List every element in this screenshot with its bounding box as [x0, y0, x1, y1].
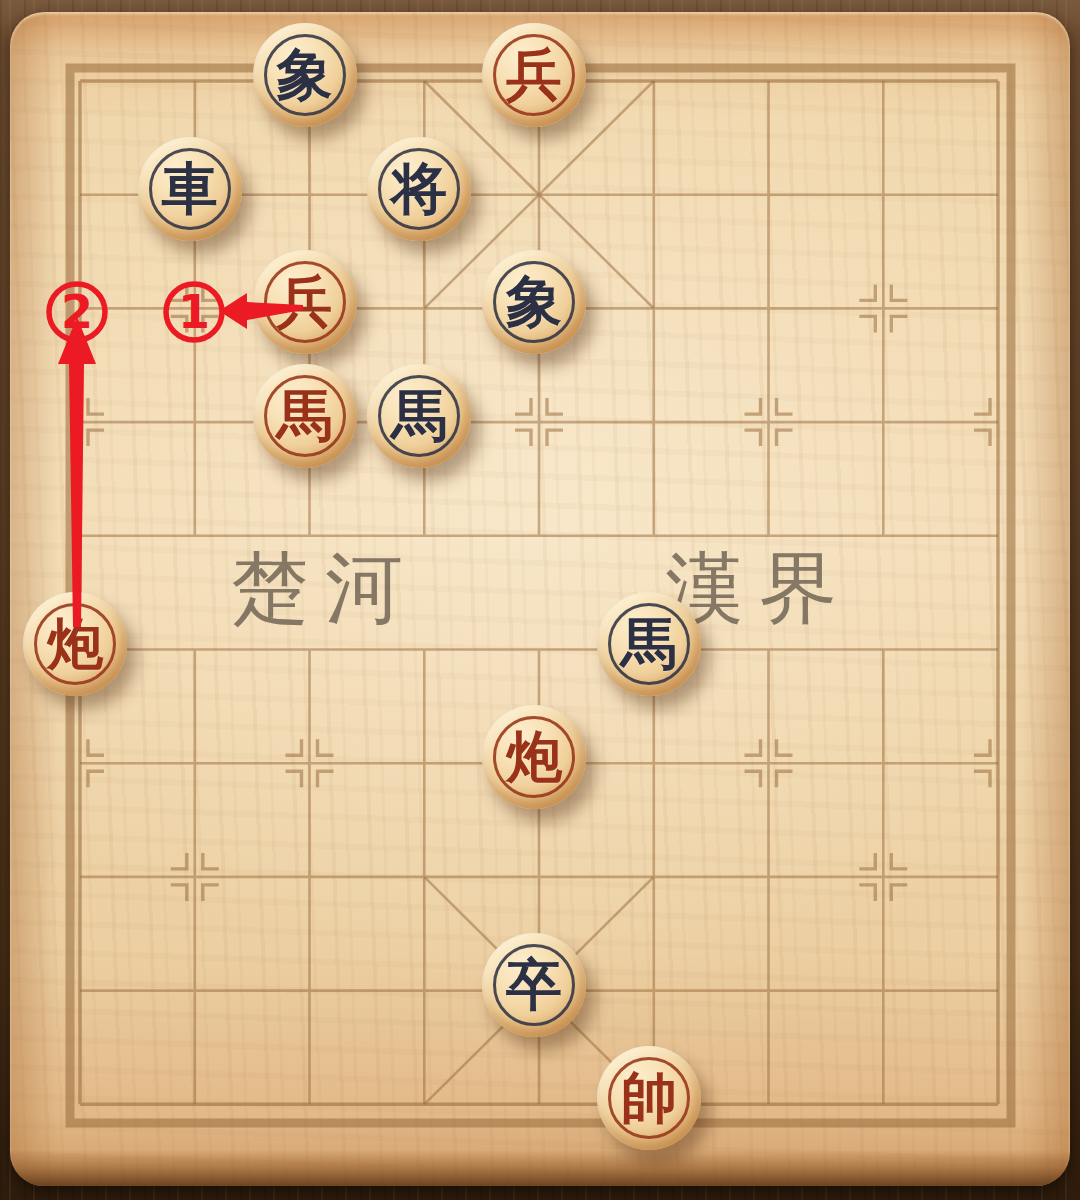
- piece-glyph: 卒: [506, 957, 562, 1013]
- piece-black-general[interactable]: 将: [367, 137, 471, 241]
- piece-red-horse[interactable]: 馬: [253, 364, 357, 468]
- piece-black-horse[interactable]: 馬: [367, 364, 471, 468]
- piece-glyph: 帥: [621, 1070, 677, 1126]
- piece-glyph: 車: [162, 161, 218, 217]
- piece-glyph: 兵: [506, 47, 562, 103]
- piece-glyph: 兵: [277, 274, 333, 330]
- piece-red-cannon[interactable]: 炮: [482, 705, 586, 809]
- piece-red-soldier[interactable]: 兵: [482, 23, 586, 127]
- piece-black-chariot[interactable]: 車: [138, 137, 242, 241]
- piece-black-elephant[interactable]: 象: [253, 23, 357, 127]
- river-label-han-jie: 漢界: [665, 549, 853, 627]
- piece-red-general[interactable]: 帥: [597, 1046, 701, 1150]
- piece-glyph: 将: [391, 161, 447, 217]
- piece-black-horse[interactable]: 馬: [597, 592, 701, 696]
- piece-glyph: 馬: [277, 388, 333, 444]
- app-background: 楚河 漢界 象兵車将兵象馬馬炮馬炮卒帥 1 2: [0, 0, 1080, 1200]
- piece-glyph: 象: [277, 47, 333, 103]
- piece-glyph: 馬: [621, 616, 677, 672]
- piece-red-soldier[interactable]: 兵: [253, 250, 357, 354]
- piece-black-elephant[interactable]: 象: [482, 250, 586, 354]
- river-label-chu-he: 楚河: [231, 549, 419, 627]
- piece-glyph: 炮: [47, 616, 103, 672]
- piece-glyph: 馬: [391, 388, 447, 444]
- piece-red-cannon[interactable]: 炮: [23, 592, 127, 696]
- piece-glyph: 炮: [506, 729, 562, 785]
- piece-black-soldier[interactable]: 卒: [482, 933, 586, 1037]
- piece-glyph: 象: [506, 274, 562, 330]
